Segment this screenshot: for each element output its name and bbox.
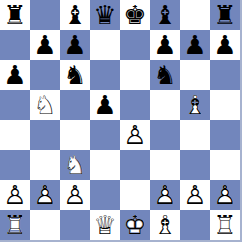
square-g4[interactable] — [180, 120, 210, 150]
black-bishop[interactable]: ♝ — [150, 0, 180, 30]
square-e4[interactable]: ♟♙ — [120, 120, 150, 150]
white-pawn[interactable]: ♟♙ — [60, 180, 90, 210]
white-pawn[interactable]: ♟♙ — [150, 180, 180, 210]
square-f1[interactable]: ♝♗ — [150, 210, 180, 240]
square-h7[interactable]: ♟ — [210, 30, 240, 60]
white-rook[interactable]: ♜♖ — [210, 210, 240, 240]
white-pawn[interactable]: ♟♙ — [180, 180, 210, 210]
square-d2[interactable] — [90, 180, 120, 210]
square-e1[interactable]: ♚♔ — [120, 210, 150, 240]
square-f2[interactable]: ♟♙ — [150, 180, 180, 210]
square-e8[interactable]: ♚ — [120, 0, 150, 30]
square-a2[interactable]: ♟♙ — [0, 180, 30, 210]
square-h5[interactable] — [210, 90, 240, 120]
white-pawn[interactable]: ♟♙ — [0, 180, 30, 210]
square-c1[interactable] — [60, 210, 90, 240]
square-h6[interactable] — [210, 60, 240, 90]
black-knight[interactable]: ♞ — [60, 60, 90, 90]
square-d8[interactable]: ♛ — [90, 0, 120, 30]
square-a4[interactable] — [0, 120, 30, 150]
square-d5[interactable]: ♟ — [90, 90, 120, 120]
square-a1[interactable]: ♜♖ — [0, 210, 30, 240]
square-g6[interactable] — [180, 60, 210, 90]
square-e2[interactable] — [120, 180, 150, 210]
white-knight[interactable]: ♞♘ — [30, 90, 60, 120]
square-g3[interactable] — [180, 150, 210, 180]
square-d6[interactable] — [90, 60, 120, 90]
square-f5[interactable] — [150, 90, 180, 120]
square-g1[interactable] — [180, 210, 210, 240]
square-a5[interactable] — [0, 90, 30, 120]
white-pawn[interactable]: ♟♙ — [210, 180, 240, 210]
white-bishop[interactable]: ♝♗ — [180, 90, 210, 120]
square-g7[interactable]: ♟ — [180, 30, 210, 60]
square-c3[interactable]: ♞♘ — [60, 150, 90, 180]
square-c4[interactable] — [60, 120, 90, 150]
black-pawn[interactable]: ♟ — [0, 60, 30, 90]
square-d3[interactable] — [90, 150, 120, 180]
square-a6[interactable]: ♟ — [0, 60, 30, 90]
square-h3[interactable] — [210, 150, 240, 180]
black-pawn[interactable]: ♟ — [60, 30, 90, 60]
square-e7[interactable] — [120, 30, 150, 60]
black-rook[interactable]: ♜ — [0, 0, 30, 30]
square-b8[interactable] — [30, 0, 60, 30]
white-knight[interactable]: ♞♘ — [60, 150, 90, 180]
square-a8[interactable]: ♜ — [0, 0, 30, 30]
square-g2[interactable]: ♟♙ — [180, 180, 210, 210]
square-f3[interactable] — [150, 150, 180, 180]
square-b1[interactable] — [30, 210, 60, 240]
square-b4[interactable] — [30, 120, 60, 150]
black-knight[interactable]: ♞ — [150, 60, 180, 90]
black-pawn[interactable]: ♟ — [210, 30, 240, 60]
black-pawn[interactable]: ♟ — [150, 30, 180, 60]
square-d4[interactable] — [90, 120, 120, 150]
square-h1[interactable]: ♜♖ — [210, 210, 240, 240]
white-pawn[interactable]: ♟♙ — [30, 180, 60, 210]
square-b3[interactable] — [30, 150, 60, 180]
square-c7[interactable]: ♟ — [60, 30, 90, 60]
black-rook[interactable]: ♜ — [210, 0, 240, 30]
square-h2[interactable]: ♟♙ — [210, 180, 240, 210]
black-king[interactable]: ♚ — [120, 0, 150, 30]
white-bishop[interactable]: ♝♗ — [150, 210, 180, 240]
black-bishop[interactable]: ♝ — [60, 0, 90, 30]
white-king[interactable]: ♚♔ — [120, 210, 150, 240]
chess-board-window: ♜♝♛♚♝♜♟♟♟♟♟♟♞♞♞♘♟♝♗♟♙♞♘♟♙♟♙♟♙♟♙♟♙♟♙♜♖♛♕♚… — [0, 0, 242, 242]
square-d7[interactable] — [90, 30, 120, 60]
square-c2[interactable]: ♟♙ — [60, 180, 90, 210]
black-queen[interactable]: ♛ — [90, 0, 120, 30]
white-queen[interactable]: ♛♕ — [90, 210, 120, 240]
square-a7[interactable] — [0, 30, 30, 60]
square-h8[interactable]: ♜ — [210, 0, 240, 30]
square-a3[interactable] — [0, 150, 30, 180]
square-c8[interactable]: ♝ — [60, 0, 90, 30]
square-c6[interactable]: ♞ — [60, 60, 90, 90]
square-f7[interactable]: ♟ — [150, 30, 180, 60]
black-pawn[interactable]: ♟ — [180, 30, 210, 60]
square-e3[interactable] — [120, 150, 150, 180]
square-f4[interactable] — [150, 120, 180, 150]
chess-board: ♜♝♛♚♝♜♟♟♟♟♟♟♞♞♞♘♟♝♗♟♙♞♘♟♙♟♙♟♙♟♙♟♙♟♙♜♖♛♕♚… — [0, 0, 242, 242]
black-pawn[interactable]: ♟ — [30, 30, 60, 60]
square-f6[interactable]: ♞ — [150, 60, 180, 90]
square-f8[interactable]: ♝ — [150, 0, 180, 30]
black-pawn[interactable]: ♟ — [90, 90, 120, 120]
square-b7[interactable]: ♟ — [30, 30, 60, 60]
square-h4[interactable] — [210, 120, 240, 150]
white-pawn[interactable]: ♟♙ — [120, 120, 150, 150]
square-g8[interactable] — [180, 0, 210, 30]
square-e6[interactable] — [120, 60, 150, 90]
square-b5[interactable]: ♞♘ — [30, 90, 60, 120]
square-e5[interactable] — [120, 90, 150, 120]
white-rook[interactable]: ♜♖ — [0, 210, 30, 240]
square-c5[interactable] — [60, 90, 90, 120]
square-d1[interactable]: ♛♕ — [90, 210, 120, 240]
square-g5[interactable]: ♝♗ — [180, 90, 210, 120]
square-b6[interactable] — [30, 60, 60, 90]
square-b2[interactable]: ♟♙ — [30, 180, 60, 210]
